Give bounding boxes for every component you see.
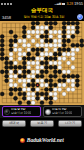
game-conditions: 정선 제한시간 10분 30초 3회 (11, 15, 77, 19)
new-game-button[interactable]: 새대국 (2, 120, 26, 127)
go-board[interactable] (0, 21, 84, 105)
room-number: 3458 (2, 15, 11, 20)
status-bar: ▁▃▅ 3.28 19:55 (0, 0, 84, 7)
alarm-icon (7, 3, 9, 5)
footer: BadukWorld.net (0, 128, 84, 150)
badukworld-logo: BadukWorld.net (0, 137, 84, 143)
status-time: 19:55 (74, 2, 83, 6)
signal-icon: ▁▃▅ (55, 2, 62, 5)
players-row: 바둑왕 9단 남은시간 10:00 바둑신 9단 남은시간 10:00 (0, 105, 84, 118)
game-info-row: 3458 정선 제한시간 10분 30초 3회 (0, 13, 84, 21)
status-icons-left (1, 3, 12, 5)
black-stone-icon (4, 109, 10, 115)
black-player-panel[interactable]: 바둑왕 9단 남은시간 10:00 (2, 106, 41, 117)
exit-button[interactable]: 나가기 (58, 120, 82, 127)
black-player-time: 남은시간 10:00 (11, 112, 31, 116)
white-player-panel[interactable]: 바둑신 9단 남은시간 10:00 (43, 106, 82, 117)
undo-button[interactable]: 무르기 (30, 120, 54, 127)
white-stone-icon (45, 109, 51, 115)
help-icon[interactable] (77, 14, 83, 20)
battery-icon (62, 3, 65, 5)
vibrate-icon (10, 3, 12, 5)
white-player-time: 남은시간 10:00 (52, 112, 72, 116)
action-buttons: 새대국 무르기 나가기 (0, 118, 84, 128)
badukworld-logo-icon (20, 138, 25, 143)
app-screen: ▁▃▅ 3.28 19:55 승부대국 3458 정선 제한시간 10분 30초… (0, 0, 84, 150)
status-date: 3.28 (66, 2, 73, 6)
notification-icon (1, 3, 3, 5)
status-icons-right: ▁▃▅ 3.28 19:55 (55, 2, 84, 6)
message-icon (4, 3, 6, 5)
badukworld-logo-text: BadukWorld.net (27, 137, 64, 143)
